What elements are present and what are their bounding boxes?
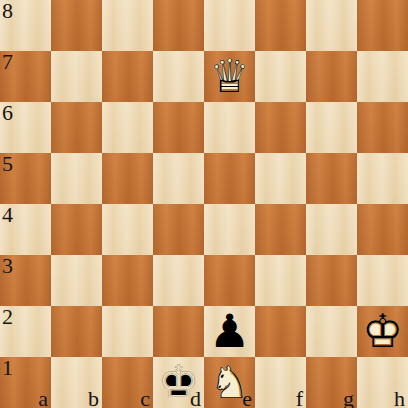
square-e5[interactable]	[204, 153, 255, 204]
square-f7[interactable]	[255, 51, 306, 102]
square-b5[interactable]	[51, 153, 102, 204]
square-h7[interactable]	[357, 51, 408, 102]
square-f5[interactable]	[255, 153, 306, 204]
black-pawn-e2[interactable]: ♟	[204, 306, 255, 357]
square-g4[interactable]	[306, 204, 357, 255]
black-pawn-fill-glyph: ♟	[204, 306, 255, 357]
file-label-b: b	[88, 388, 99, 408]
rank-label-4: 4	[2, 204, 13, 226]
square-d4[interactable]	[153, 204, 204, 255]
square-h5[interactable]	[357, 153, 408, 204]
square-g5[interactable]	[306, 153, 357, 204]
square-c7[interactable]	[102, 51, 153, 102]
square-b6[interactable]	[51, 102, 102, 153]
square-f8[interactable]	[255, 0, 306, 51]
white-king-outline-glyph: ♔	[357, 306, 408, 357]
square-f6[interactable]	[255, 102, 306, 153]
square-a7[interactable]: 7	[0, 51, 51, 102]
square-c3[interactable]	[102, 255, 153, 306]
square-g1[interactable]: g	[306, 357, 357, 408]
square-g7[interactable]	[306, 51, 357, 102]
rank-label-5: 5	[2, 153, 13, 175]
square-a8[interactable]: 8	[0, 0, 51, 51]
square-d8[interactable]	[153, 0, 204, 51]
file-label-h: h	[394, 388, 405, 408]
square-e6[interactable]	[204, 102, 255, 153]
square-h1[interactable]: h	[357, 357, 408, 408]
square-d5[interactable]	[153, 153, 204, 204]
square-b1[interactable]: b	[51, 357, 102, 408]
square-h6[interactable]	[357, 102, 408, 153]
square-f2[interactable]	[255, 306, 306, 357]
square-g2[interactable]	[306, 306, 357, 357]
rank-label-1: 1	[2, 357, 13, 379]
white-king-h2[interactable]: ♚♔	[357, 306, 408, 357]
square-e8[interactable]	[204, 0, 255, 51]
white-queen-e7[interactable]: ♛♕	[204, 51, 255, 102]
square-c2[interactable]	[102, 306, 153, 357]
file-label-g: g	[343, 388, 354, 408]
square-a3[interactable]: 3	[0, 255, 51, 306]
square-a2[interactable]: 2	[0, 306, 51, 357]
square-e4[interactable]	[204, 204, 255, 255]
file-label-e: e	[242, 388, 252, 408]
square-f3[interactable]	[255, 255, 306, 306]
white-queen-outline-glyph: ♕	[204, 51, 255, 102]
square-d7[interactable]	[153, 51, 204, 102]
square-c8[interactable]	[102, 0, 153, 51]
rank-label-7: 7	[2, 51, 13, 73]
square-g8[interactable]	[306, 0, 357, 51]
square-a1[interactable]: 1a	[0, 357, 51, 408]
square-c5[interactable]	[102, 153, 153, 204]
rank-label-8: 8	[2, 0, 13, 22]
chess-board: 87♛♕65432♟♚♔1abcd♚♔e♞♘fgh	[0, 0, 408, 408]
square-c1[interactable]: c	[102, 357, 153, 408]
square-d6[interactable]	[153, 102, 204, 153]
square-b8[interactable]	[51, 0, 102, 51]
square-c6[interactable]	[102, 102, 153, 153]
square-g3[interactable]	[306, 255, 357, 306]
square-e1[interactable]: e♞♘	[204, 357, 255, 408]
square-h3[interactable]	[357, 255, 408, 306]
square-e7[interactable]: ♛♕	[204, 51, 255, 102]
square-h8[interactable]	[357, 0, 408, 51]
file-label-c: c	[140, 388, 150, 408]
square-f4[interactable]	[255, 204, 306, 255]
rank-label-6: 6	[2, 102, 13, 124]
square-d1[interactable]: d♚♔	[153, 357, 204, 408]
rank-label-3: 3	[2, 255, 13, 277]
square-f1[interactable]: f	[255, 357, 306, 408]
square-e2[interactable]: ♟	[204, 306, 255, 357]
square-b2[interactable]	[51, 306, 102, 357]
square-c4[interactable]	[102, 204, 153, 255]
square-a6[interactable]: 6	[0, 102, 51, 153]
square-g6[interactable]	[306, 102, 357, 153]
square-b7[interactable]	[51, 51, 102, 102]
rank-label-2: 2	[2, 306, 13, 328]
square-h4[interactable]	[357, 204, 408, 255]
file-label-d: d	[190, 388, 201, 408]
square-d2[interactable]	[153, 306, 204, 357]
square-e3[interactable]	[204, 255, 255, 306]
square-a4[interactable]: 4	[0, 204, 51, 255]
square-a5[interactable]: 5	[0, 153, 51, 204]
square-h2[interactable]: ♚♔	[357, 306, 408, 357]
square-b3[interactable]	[51, 255, 102, 306]
file-label-a: a	[38, 388, 48, 408]
square-b4[interactable]	[51, 204, 102, 255]
file-label-f: f	[296, 388, 303, 408]
square-d3[interactable]	[153, 255, 204, 306]
